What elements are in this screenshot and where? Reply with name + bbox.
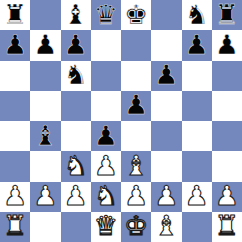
piece-white-pawn[interactable]: ♟ — [94, 152, 118, 179]
piece-white-knight[interactable]: ♞ — [94, 182, 118, 209]
piece-white-pawn[interactable]: ♟ — [154, 182, 178, 209]
square-d2[interactable]: ♞ — [91, 182, 121, 212]
piece-black-pawn[interactable]: ♟ — [33, 31, 57, 58]
piece-white-rook[interactable]: ♜ — [3, 212, 27, 239]
square-h1[interactable]: ♜ — [212, 212, 242, 242]
square-d4[interactable]: ♟ — [91, 121, 121, 151]
square-c8[interactable]: ♝ — [61, 0, 91, 30]
square-h4[interactable] — [212, 121, 242, 151]
piece-black-knight[interactable]: ♞ — [64, 61, 88, 88]
square-d1[interactable]: ♛ — [91, 212, 121, 242]
piece-white-rook[interactable]: ♜ — [215, 212, 239, 239]
square-c6[interactable]: ♞ — [61, 61, 91, 91]
square-a1[interactable]: ♜ — [0, 212, 30, 242]
piece-black-pawn[interactable]: ♟ — [215, 31, 239, 58]
square-a6[interactable] — [0, 61, 30, 91]
square-a7[interactable]: ♟ — [0, 30, 30, 60]
square-b5[interactable] — [30, 91, 60, 121]
square-b8[interactable] — [30, 0, 60, 30]
square-h7[interactable]: ♟ — [212, 30, 242, 60]
square-c7[interactable]: ♟ — [61, 30, 91, 60]
square-c3[interactable]: ♞ — [61, 151, 91, 181]
square-b2[interactable]: ♟ — [30, 182, 60, 212]
square-f6[interactable]: ♟ — [151, 61, 181, 91]
square-c4[interactable] — [61, 121, 91, 151]
piece-black-bishop[interactable]: ♝ — [33, 122, 57, 149]
square-d5[interactable] — [91, 91, 121, 121]
piece-black-knight[interactable]: ♞ — [185, 1, 209, 28]
piece-black-pawn[interactable]: ♟ — [154, 61, 178, 88]
square-e8[interactable]: ♚ — [121, 0, 151, 30]
square-b7[interactable]: ♟ — [30, 30, 60, 60]
square-a4[interactable] — [0, 121, 30, 151]
square-h6[interactable] — [212, 61, 242, 91]
square-g6[interactable] — [182, 61, 212, 91]
square-g5[interactable] — [182, 91, 212, 121]
piece-white-pawn[interactable]: ♟ — [3, 182, 27, 209]
piece-white-pawn[interactable]: ♟ — [215, 182, 239, 209]
square-e2[interactable]: ♟ — [121, 182, 151, 212]
square-e3[interactable]: ♝ — [121, 151, 151, 181]
piece-white-pawn[interactable]: ♟ — [124, 182, 148, 209]
square-a8[interactable]: ♜ — [0, 0, 30, 30]
square-d3[interactable]: ♟ — [91, 151, 121, 181]
square-e5[interactable]: ♟ — [121, 91, 151, 121]
piece-black-pawn[interactable]: ♟ — [94, 122, 118, 149]
square-b6[interactable] — [30, 61, 60, 91]
square-c2[interactable]: ♟ — [61, 182, 91, 212]
piece-black-rook[interactable]: ♜ — [3, 1, 27, 28]
chess-board: ♜♝♛♚♞♜♟♟♟♟♟♞♟♟♝♟♞♟♝♟♟♟♞♟♟♟♟♜♛♚♝♜ — [0, 0, 242, 242]
square-f8[interactable] — [151, 0, 181, 30]
square-e6[interactable] — [121, 61, 151, 91]
square-g3[interactable] — [182, 151, 212, 181]
piece-black-pawn[interactable]: ♟ — [185, 31, 209, 58]
square-a3[interactable] — [0, 151, 30, 181]
square-h3[interactable] — [212, 151, 242, 181]
piece-white-queen[interactable]: ♛ — [94, 212, 118, 239]
square-a5[interactable] — [0, 91, 30, 121]
chess-board-container: ♜♝♛♚♞♜♟♟♟♟♟♞♟♟♝♟♞♟♝♟♟♟♞♟♟♟♟♜♛♚♝♜ — [0, 0, 242, 242]
square-g7[interactable]: ♟ — [182, 30, 212, 60]
piece-black-pawn[interactable]: ♟ — [64, 31, 88, 58]
square-e1[interactable]: ♚ — [121, 212, 151, 242]
square-c1[interactable] — [61, 212, 91, 242]
piece-black-queen[interactable]: ♛ — [94, 1, 118, 28]
piece-white-bishop[interactable]: ♝ — [124, 152, 148, 179]
square-d8[interactable]: ♛ — [91, 0, 121, 30]
piece-white-pawn[interactable]: ♟ — [185, 182, 209, 209]
piece-white-knight[interactable]: ♞ — [64, 152, 88, 179]
piece-white-pawn[interactable]: ♟ — [64, 182, 88, 209]
piece-white-king[interactable]: ♚ — [124, 212, 148, 239]
square-b3[interactable] — [30, 151, 60, 181]
square-f7[interactable] — [151, 30, 181, 60]
square-g2[interactable]: ♟ — [182, 182, 212, 212]
square-g4[interactable] — [182, 121, 212, 151]
square-h8[interactable]: ♜ — [212, 0, 242, 30]
square-f5[interactable] — [151, 91, 181, 121]
square-b1[interactable] — [30, 212, 60, 242]
square-c5[interactable] — [61, 91, 91, 121]
piece-white-bishop[interactable]: ♝ — [154, 212, 178, 239]
piece-black-bishop[interactable]: ♝ — [64, 1, 88, 28]
square-h2[interactable]: ♟ — [212, 182, 242, 212]
square-b4[interactable]: ♝ — [30, 121, 60, 151]
piece-black-pawn[interactable]: ♟ — [124, 91, 148, 118]
square-a2[interactable]: ♟ — [0, 182, 30, 212]
square-g1[interactable] — [182, 212, 212, 242]
square-h5[interactable] — [212, 91, 242, 121]
square-f4[interactable] — [151, 121, 181, 151]
square-f2[interactable]: ♟ — [151, 182, 181, 212]
piece-black-king[interactable]: ♚ — [124, 1, 148, 28]
piece-white-pawn[interactable]: ♟ — [33, 182, 57, 209]
square-d7[interactable] — [91, 30, 121, 60]
square-d6[interactable] — [91, 61, 121, 91]
square-g8[interactable]: ♞ — [182, 0, 212, 30]
square-f1[interactable]: ♝ — [151, 212, 181, 242]
piece-black-rook[interactable]: ♜ — [215, 1, 239, 28]
square-f3[interactable] — [151, 151, 181, 181]
square-e4[interactable] — [121, 121, 151, 151]
piece-black-pawn[interactable]: ♟ — [3, 31, 27, 58]
square-e7[interactable] — [121, 30, 151, 60]
